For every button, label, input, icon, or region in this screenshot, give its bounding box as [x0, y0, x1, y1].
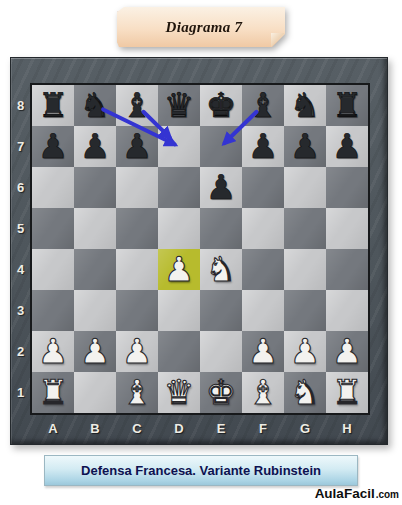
piece-black-pawn: ♟ — [248, 129, 278, 163]
square-h1: ♜ — [326, 372, 368, 413]
square-g5 — [284, 208, 326, 249]
square-d7 — [158, 126, 200, 167]
piece-black-pawn: ♟ — [290, 129, 320, 163]
file-label-f: F — [242, 415, 284, 441]
square-b5 — [74, 208, 116, 249]
chess-board-frame: 87654321 ♜♞♝♛♚♝♞♜♟♟♟♟♟♟♟♟♞♟♟♟♟♟♟♜♝♛♚♝♞♜ … — [10, 57, 388, 445]
square-b3 — [74, 290, 116, 331]
piece-black-bishop: ♝ — [248, 88, 278, 122]
piece-white-queen: ♛ — [164, 375, 194, 409]
file-label-a: A — [32, 415, 74, 441]
square-f6 — [242, 167, 284, 208]
square-e2 — [200, 331, 242, 372]
watermark-suffix: .com — [376, 489, 399, 500]
site-watermark: AulaFacil .com — [315, 486, 399, 501]
piece-black-queen: ♛ — [164, 88, 194, 122]
square-f4 — [242, 249, 284, 290]
square-a1: ♜ — [32, 372, 74, 413]
square-h5 — [326, 208, 368, 249]
square-e1: ♚ — [200, 372, 242, 413]
piece-white-bishop: ♝ — [122, 375, 152, 409]
diagram-banner: Diagrama 7 — [117, 7, 285, 47]
square-h6 — [326, 167, 368, 208]
square-f7: ♟ — [242, 126, 284, 167]
rank-label-1: 1 — [11, 372, 30, 413]
rank-label-2: 2 — [11, 331, 30, 372]
square-h8: ♜ — [326, 85, 368, 126]
piece-black-pawn: ♟ — [122, 129, 152, 163]
square-a8: ♜ — [32, 85, 74, 126]
piece-white-pawn: ♟ — [38, 334, 68, 368]
square-b4 — [74, 249, 116, 290]
square-g6 — [284, 167, 326, 208]
square-h4 — [326, 249, 368, 290]
square-f5 — [242, 208, 284, 249]
square-c6 — [116, 167, 158, 208]
square-g1: ♞ — [284, 372, 326, 413]
piece-black-knight: ♞ — [290, 88, 320, 122]
piece-black-pawn: ♟ — [332, 129, 362, 163]
piece-white-knight: ♞ — [206, 252, 236, 286]
rank-labels: 87654321 — [11, 85, 30, 413]
square-c1: ♝ — [116, 372, 158, 413]
rank-label-7: 7 — [11, 126, 30, 167]
square-h7: ♟ — [326, 126, 368, 167]
square-c7: ♟ — [116, 126, 158, 167]
file-label-h: H — [326, 415, 368, 441]
piece-white-pawn: ♟ — [164, 252, 194, 286]
piece-white-pawn: ♟ — [122, 334, 152, 368]
square-f2: ♟ — [242, 331, 284, 372]
square-b6 — [74, 167, 116, 208]
square-c8: ♝ — [116, 85, 158, 126]
square-f8: ♝ — [242, 85, 284, 126]
square-c4 — [116, 249, 158, 290]
square-b8: ♞ — [74, 85, 116, 126]
square-d8: ♛ — [158, 85, 200, 126]
piece-black-rook: ♜ — [332, 88, 362, 122]
square-g7: ♟ — [284, 126, 326, 167]
file-label-d: D — [158, 415, 200, 441]
square-f1: ♝ — [242, 372, 284, 413]
square-g4 — [284, 249, 326, 290]
rank-label-8: 8 — [11, 85, 30, 126]
square-g8: ♞ — [284, 85, 326, 126]
square-e3 — [200, 290, 242, 331]
square-c2: ♟ — [116, 331, 158, 372]
square-d6 — [158, 167, 200, 208]
square-d1: ♛ — [158, 372, 200, 413]
diagram-title: Diagrama 7 — [160, 19, 243, 36]
square-e7 — [200, 126, 242, 167]
piece-white-pawn: ♟ — [80, 334, 110, 368]
file-label-e: E — [200, 415, 242, 441]
square-d3 — [158, 290, 200, 331]
piece-black-bishop: ♝ — [122, 88, 152, 122]
square-e5 — [200, 208, 242, 249]
square-e8: ♚ — [200, 85, 242, 126]
piece-black-pawn: ♟ — [38, 129, 68, 163]
square-a2: ♟ — [32, 331, 74, 372]
piece-black-pawn: ♟ — [80, 129, 110, 163]
piece-white-rook: ♜ — [332, 375, 362, 409]
rank-label-5: 5 — [11, 208, 30, 249]
square-h3 — [326, 290, 368, 331]
piece-white-pawn: ♟ — [290, 334, 320, 368]
piece-white-pawn: ♟ — [332, 334, 362, 368]
square-b2: ♟ — [74, 331, 116, 372]
square-e4: ♞ — [200, 249, 242, 290]
piece-white-pawn: ♟ — [248, 334, 278, 368]
square-d5 — [158, 208, 200, 249]
piece-black-rook: ♜ — [38, 88, 68, 122]
piece-white-knight: ♞ — [290, 375, 320, 409]
watermark-brand: AulaFacil — [315, 486, 375, 501]
square-d2 — [158, 331, 200, 372]
file-labels: ABCDEFGH — [32, 415, 368, 441]
piece-black-king: ♚ — [206, 88, 236, 122]
square-c3 — [116, 290, 158, 331]
square-c5 — [116, 208, 158, 249]
square-g2: ♟ — [284, 331, 326, 372]
square-a7: ♟ — [32, 126, 74, 167]
square-h2: ♟ — [326, 331, 368, 372]
square-a5 — [32, 208, 74, 249]
square-a3 — [32, 290, 74, 331]
piece-white-bishop: ♝ — [248, 375, 278, 409]
square-a4 — [32, 249, 74, 290]
piece-black-pawn: ♟ — [206, 170, 236, 204]
caption-text: Defensa Francesa. Variante Rubinstein — [81, 463, 321, 478]
square-b7: ♟ — [74, 126, 116, 167]
square-b1 — [74, 372, 116, 413]
banner-face: Diagrama 7 — [117, 7, 285, 47]
rank-label-6: 6 — [11, 167, 30, 208]
piece-black-knight: ♞ — [80, 88, 110, 122]
square-a6 — [32, 167, 74, 208]
square-f3 — [242, 290, 284, 331]
chess-board: ♜♞♝♛♚♝♞♜♟♟♟♟♟♟♟♟♞♟♟♟♟♟♟♜♝♛♚♝♞♜ — [30, 83, 370, 415]
square-g3 — [284, 290, 326, 331]
file-label-b: B — [74, 415, 116, 441]
square-e6: ♟ — [200, 167, 242, 208]
piece-white-king: ♚ — [206, 375, 236, 409]
square-d4: ♟ — [158, 249, 200, 290]
file-label-g: G — [284, 415, 326, 441]
file-label-c: C — [116, 415, 158, 441]
rank-label-4: 4 — [11, 249, 30, 290]
piece-white-rook: ♜ — [38, 375, 68, 409]
rank-label-3: 3 — [11, 290, 30, 331]
caption-box: Defensa Francesa. Variante Rubinstein — [44, 455, 358, 486]
